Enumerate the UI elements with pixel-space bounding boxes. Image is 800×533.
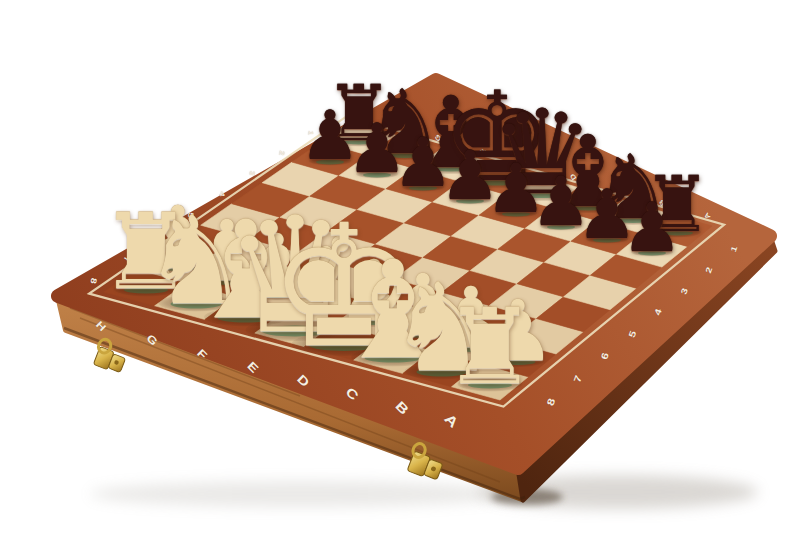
chess-set-photo: HGFEDCBA8765432112345678HGFEDCBA ♜♞♝♚♛♝♞… xyxy=(0,0,800,533)
rank-label-left-3: 3 xyxy=(248,170,257,176)
cast-shadow xyxy=(90,475,758,509)
black-pawn-a2[interactable]: ♟ xyxy=(622,194,683,262)
rank-label-left-8: 8 xyxy=(89,277,99,284)
white-rook-a8[interactable]: ♜ xyxy=(443,295,537,400)
rank-label-left-2: 2 xyxy=(278,150,287,156)
